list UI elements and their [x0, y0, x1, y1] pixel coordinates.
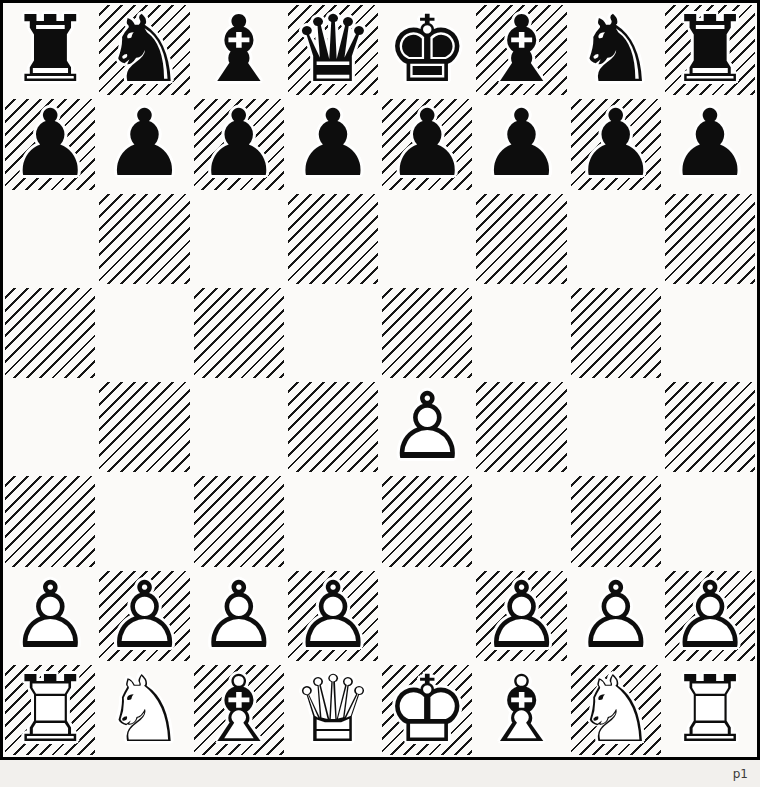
square-b2[interactable]: ♟♙ — [97, 569, 191, 663]
square-e6[interactable] — [380, 192, 474, 286]
square-g7[interactable]: ♟♟ — [569, 97, 663, 191]
square-e5[interactable] — [380, 286, 474, 380]
square-a2[interactable]: ♟♙ — [3, 569, 97, 663]
square-e7[interactable]: ♟♟ — [380, 97, 474, 191]
piece-wN-g1: ♞♘ — [571, 665, 661, 755]
square-d1[interactable]: ♛♕ — [286, 663, 380, 757]
piece-bP-c7: ♟♟ — [194, 99, 284, 189]
square-c7[interactable]: ♟♟ — [192, 97, 286, 191]
square-d5[interactable] — [286, 286, 380, 380]
square-e1[interactable]: ♚♔ — [380, 663, 474, 757]
piece-wN-b1: ♞♘ — [97, 663, 191, 757]
square-g8[interactable]: ♞♞ — [569, 3, 663, 97]
square-d2[interactable]: ♟♙ — [286, 569, 380, 663]
square-e4[interactable]: ♟♙ — [380, 380, 474, 474]
square-g1[interactable]: ♞♘ — [569, 663, 663, 757]
piece-glyph: ♜ — [665, 5, 755, 95]
piece-glyph: ♔ — [382, 665, 472, 755]
piece-glyph: ♖ — [5, 665, 95, 755]
piece-glyph: ♙ — [569, 569, 663, 663]
piece-glyph: ♙ — [665, 571, 755, 661]
piece-glyph: ♙ — [288, 571, 378, 661]
square-f3[interactable] — [474, 474, 568, 568]
piece-wP-c2: ♟♙ — [192, 569, 286, 663]
square-a1[interactable]: ♜♖ — [3, 663, 97, 757]
chess-board: ♜♜♞♞♝♝♛♛♚♚♝♝♞♞♜♜♟♟♟♟♟♟♟♟♟♟♟♟♟♟♟♟♟♙♟♙♟♙♟♙… — [3, 3, 757, 757]
piece-wR-h1: ♜♖ — [663, 663, 757, 757]
piece-glyph: ♟ — [663, 97, 757, 191]
square-c3[interactable] — [192, 474, 286, 568]
square-h8[interactable]: ♜♜ — [663, 3, 757, 97]
piece-glyph: ♖ — [663, 663, 757, 757]
square-c8[interactable]: ♝♝ — [192, 3, 286, 97]
piece-glyph: ♝ — [192, 3, 286, 97]
piece-bQ-d8: ♛♛ — [288, 5, 378, 95]
piece-bP-g7: ♟♟ — [571, 99, 661, 189]
square-a3[interactable] — [3, 474, 97, 568]
square-e2[interactable] — [380, 569, 474, 663]
square-h4[interactable] — [663, 380, 757, 474]
piece-glyph: ♟ — [474, 97, 568, 191]
square-h6[interactable] — [663, 192, 757, 286]
piece-glyph: ♚ — [380, 3, 474, 97]
square-b6[interactable] — [97, 192, 191, 286]
piece-glyph: ♙ — [380, 380, 474, 474]
piece-glyph: ♟ — [571, 99, 661, 189]
square-h5[interactable] — [663, 286, 757, 380]
square-e3[interactable] — [380, 474, 474, 568]
piece-wP-b2: ♟♙ — [99, 571, 189, 661]
piece-bB-f8: ♝♝ — [476, 5, 566, 95]
piece-wP-e4: ♟♙ — [380, 380, 474, 474]
square-b3[interactable] — [97, 474, 191, 568]
piece-glyph: ♘ — [571, 665, 661, 755]
piece-glyph: ♜ — [3, 3, 97, 97]
piece-bN-b8: ♞♞ — [99, 5, 189, 95]
square-g2[interactable]: ♟♙ — [569, 569, 663, 663]
piece-glyph: ♗ — [474, 663, 568, 757]
piece-bP-a7: ♟♟ — [5, 99, 95, 189]
piece-wP-f2: ♟♙ — [476, 571, 566, 661]
square-d7[interactable]: ♟♟ — [286, 97, 380, 191]
piece-bB-c8: ♝♝ — [192, 3, 286, 97]
square-b1[interactable]: ♞♘ — [97, 663, 191, 757]
piece-bP-e7: ♟♟ — [382, 99, 472, 189]
square-c4[interactable] — [192, 380, 286, 474]
piece-wK-e1: ♚♔ — [382, 665, 472, 755]
piece-bK-e8: ♚♚ — [380, 3, 474, 97]
square-f4[interactable] — [474, 380, 568, 474]
square-b5[interactable] — [97, 286, 191, 380]
diagram-caption: p1 — [733, 767, 748, 781]
piece-bP-d7: ♟♟ — [286, 97, 380, 191]
piece-wP-a2: ♟♙ — [3, 569, 97, 663]
square-f7[interactable]: ♟♟ — [474, 97, 568, 191]
piece-glyph: ♟ — [97, 97, 191, 191]
piece-bP-f7: ♟♟ — [474, 97, 568, 191]
piece-glyph: ♕ — [286, 663, 380, 757]
square-a5[interactable] — [3, 286, 97, 380]
piece-glyph: ♙ — [3, 569, 97, 663]
piece-glyph: ♙ — [476, 571, 566, 661]
square-a8[interactable]: ♜♜ — [3, 3, 97, 97]
square-c5[interactable] — [192, 286, 286, 380]
piece-glyph: ♞ — [569, 3, 663, 97]
square-d3[interactable] — [286, 474, 380, 568]
square-e8[interactable]: ♚♚ — [380, 3, 474, 97]
piece-wB-c1: ♝♗ — [194, 665, 284, 755]
square-h3[interactable] — [663, 474, 757, 568]
piece-wP-h2: ♟♙ — [665, 571, 755, 661]
piece-wP-g2: ♟♙ — [569, 569, 663, 663]
square-h7[interactable]: ♟♟ — [663, 97, 757, 191]
piece-glyph: ♟ — [5, 99, 95, 189]
piece-bP-b7: ♟♟ — [97, 97, 191, 191]
piece-glyph: ♗ — [194, 665, 284, 755]
square-b4[interactable] — [97, 380, 191, 474]
piece-bR-h8: ♜♜ — [665, 5, 755, 95]
square-h1[interactable]: ♜♖ — [663, 663, 757, 757]
square-a7[interactable]: ♟♟ — [3, 97, 97, 191]
square-b7[interactable]: ♟♟ — [97, 97, 191, 191]
square-g6[interactable] — [569, 192, 663, 286]
piece-bN-g8: ♞♞ — [569, 3, 663, 97]
square-c1[interactable]: ♝♗ — [192, 663, 286, 757]
square-f1[interactable]: ♝♗ — [474, 663, 568, 757]
square-d4[interactable] — [286, 380, 380, 474]
square-f2[interactable]: ♟♙ — [474, 569, 568, 663]
piece-wQ-d1: ♛♕ — [286, 663, 380, 757]
piece-glyph: ♙ — [99, 571, 189, 661]
square-c2[interactable]: ♟♙ — [192, 569, 286, 663]
piece-bR-a8: ♜♜ — [3, 3, 97, 97]
square-a6[interactable] — [3, 192, 97, 286]
caption-bar: p1 — [0, 760, 760, 787]
piece-glyph: ♟ — [382, 99, 472, 189]
square-f8[interactable]: ♝♝ — [474, 3, 568, 97]
piece-bP-h7: ♟♟ — [663, 97, 757, 191]
piece-glyph: ♙ — [192, 569, 286, 663]
piece-wP-d2: ♟♙ — [288, 571, 378, 661]
square-g4[interactable] — [569, 380, 663, 474]
chess-board-frame: ♜♜♞♞♝♝♛♛♚♚♝♝♞♞♜♜♟♟♟♟♟♟♟♟♟♟♟♟♟♟♟♟♟♙♟♙♟♙♟♙… — [0, 0, 760, 760]
square-c6[interactable] — [192, 192, 286, 286]
piece-glyph: ♘ — [97, 663, 191, 757]
piece-glyph: ♞ — [99, 5, 189, 95]
piece-glyph: ♟ — [194, 99, 284, 189]
square-a4[interactable] — [3, 380, 97, 474]
piece-wR-a1: ♜♖ — [5, 665, 95, 755]
square-d6[interactable] — [286, 192, 380, 286]
square-f6[interactable] — [474, 192, 568, 286]
piece-glyph: ♝ — [476, 5, 566, 95]
piece-glyph: ♟ — [286, 97, 380, 191]
square-b8[interactable]: ♞♞ — [97, 3, 191, 97]
piece-wB-f1: ♝♗ — [474, 663, 568, 757]
square-f5[interactable] — [474, 286, 568, 380]
square-g5[interactable] — [569, 286, 663, 380]
piece-glyph: ♛ — [288, 5, 378, 95]
square-d8[interactable]: ♛♛ — [286, 3, 380, 97]
square-g3[interactable] — [569, 474, 663, 568]
square-h2[interactable]: ♟♙ — [663, 569, 757, 663]
